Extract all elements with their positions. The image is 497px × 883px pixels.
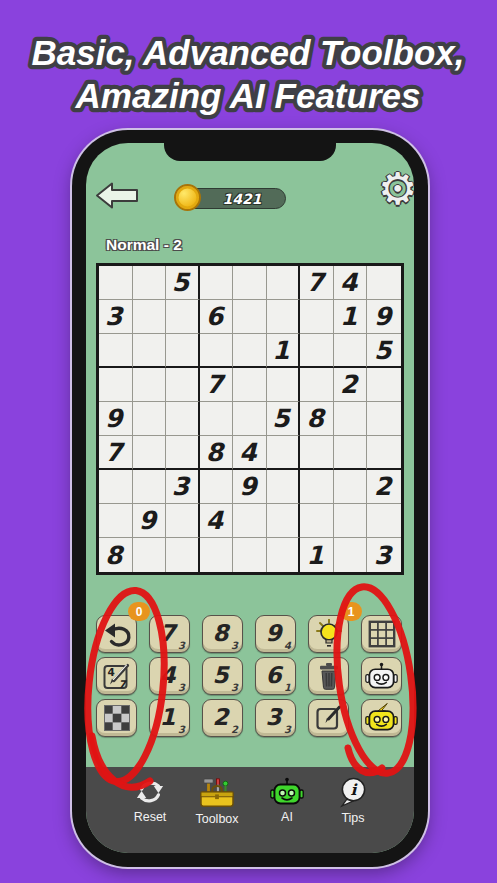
digit-2-button[interactable]: 2 2 — [202, 699, 243, 737]
cell-r1c7[interactable]: 7 — [300, 266, 334, 300]
digit-3-button[interactable]: 3 3 — [255, 699, 296, 737]
cell-r7c9[interactable]: 2 — [367, 470, 401, 504]
cell-r3c1[interactable] — [99, 334, 133, 368]
checkerboard-icon — [104, 705, 130, 731]
cell-r3c9[interactable]: 5 — [367, 334, 401, 368]
digit-label: 7 — [159, 620, 175, 646]
cell-r7c3[interactable]: 3 — [166, 470, 200, 504]
cell-r8c7[interactable] — [300, 504, 334, 538]
digit-1-button[interactable]: 1 3 — [149, 699, 190, 737]
toolbar: 0 7 3 8 3 9 4 — [96, 615, 402, 737]
hint-badge: 1 — [340, 602, 362, 621]
cell-r1c1[interactable] — [99, 266, 133, 300]
digit-label: 6 — [265, 662, 281, 688]
cell-r4c5[interactable] — [233, 368, 267, 402]
nav-toolbox[interactable]: Toolbox — [181, 777, 253, 826]
cell-r8c4[interactable]: 4 — [200, 504, 234, 538]
cell-r7c2[interactable] — [133, 470, 167, 504]
coin-icon — [174, 184, 201, 211]
cell-r8c2[interactable]: 9 — [133, 504, 167, 538]
cell-r5c6[interactable]: 5 — [267, 402, 301, 436]
level-label: Normal - 2 — [106, 236, 182, 254]
sudoku-grid: 5743619157295878439294813 — [96, 263, 404, 575]
cell-r2c1[interactable]: 3 — [99, 300, 133, 334]
cell-r5c4[interactable] — [200, 402, 234, 436]
digit-count: 3 — [284, 724, 291, 735]
coin-amount: 1421 — [209, 191, 262, 207]
cell-r2c9[interactable]: 9 — [367, 300, 401, 334]
app-screen: 1421 ⚙ Normal - 2 5743619157295878439294… — [86, 143, 414, 853]
cell-r8c9[interactable] — [367, 504, 401, 538]
cell-r2c7[interactable] — [300, 300, 334, 334]
edit-button[interactable] — [308, 699, 349, 737]
ai-flash-button[interactable] — [361, 699, 402, 737]
cell-r8c8[interactable] — [334, 504, 368, 538]
board-button[interactable] — [361, 615, 402, 653]
cell-r1c2[interactable] — [133, 266, 167, 300]
cell-r9c8[interactable] — [334, 538, 368, 572]
cell-r4c7[interactable] — [300, 368, 334, 402]
cell-r3c2[interactable] — [133, 334, 167, 368]
erase-button[interactable] — [308, 657, 349, 695]
cell-r3c4[interactable] — [200, 334, 234, 368]
cell-r7c5[interactable]: 9 — [233, 470, 267, 504]
nav-reset[interactable]: Reset — [114, 777, 186, 824]
digit-9-button[interactable]: 9 4 — [255, 615, 296, 653]
cell-r8c6[interactable] — [267, 504, 301, 538]
cell-r5c8[interactable] — [334, 402, 368, 436]
cell-r6c7[interactable] — [300, 436, 334, 470]
toolbox-icon — [199, 777, 235, 809]
cell-r4c8[interactable]: 2 — [334, 368, 368, 402]
edit-square-icon — [315, 704, 343, 732]
cell-r2c8[interactable]: 1 — [334, 300, 368, 334]
cell-r9c7[interactable]: 1 — [300, 538, 334, 572]
cell-r1c5[interactable] — [233, 266, 267, 300]
cell-r1c9[interactable] — [367, 266, 401, 300]
digit-8-button[interactable]: 8 3 — [202, 615, 243, 653]
digit-5-button[interactable]: 5 3 — [202, 657, 243, 695]
cell-r6c2[interactable] — [133, 436, 167, 470]
digit-label: 1 — [159, 704, 175, 730]
cell-r8c1[interactable] — [99, 504, 133, 538]
svg-text:4: 4 — [107, 666, 114, 678]
undo-arrow-icon — [102, 621, 132, 648]
cell-r6c6[interactable] — [267, 436, 301, 470]
cell-r4c3[interactable] — [166, 368, 200, 402]
cell-r2c6[interactable] — [267, 300, 301, 334]
cell-r2c2[interactable] — [133, 300, 167, 334]
cell-r5c5[interactable] — [233, 402, 267, 436]
cell-r7c6[interactable] — [267, 470, 301, 504]
cell-r3c5[interactable] — [233, 334, 267, 368]
cell-r7c8[interactable] — [334, 470, 368, 504]
cell-r5c1[interactable]: 9 — [99, 402, 133, 436]
trash-icon — [317, 662, 341, 690]
cell-r9c3[interactable] — [166, 538, 200, 572]
headline-line1: Basic, Advanced Toolbox, — [31, 33, 464, 72]
digit-count: 4 — [284, 640, 291, 651]
ai-robot-button[interactable] — [361, 657, 402, 695]
cell-r2c3[interactable] — [166, 300, 200, 334]
cell-r8c3[interactable] — [166, 504, 200, 538]
digit-count: 1 — [284, 682, 291, 693]
cell-r9c5[interactable] — [233, 538, 267, 572]
gear-icon[interactable]: ⚙ — [378, 167, 414, 211]
digit-label: 3 — [265, 704, 281, 730]
cell-r3c6[interactable]: 1 — [267, 334, 301, 368]
grid-icon — [368, 620, 396, 648]
marketing-screenshot: Basic, Advanced Toolbox, Amazing AI Feat… — [0, 0, 497, 883]
digit-label: 2 — [212, 704, 228, 730]
cell-r9c9[interactable]: 3 — [367, 538, 401, 572]
cell-r5c3[interactable] — [166, 402, 200, 436]
pattern-button[interactable] — [96, 699, 137, 737]
cell-r3c3[interactable] — [166, 334, 200, 368]
digit-6-button[interactable]: 6 1 — [255, 657, 296, 695]
cell-r7c1[interactable] — [99, 470, 133, 504]
cell-r9c6[interactable] — [267, 538, 301, 572]
cell-r4c6[interactable] — [267, 368, 301, 402]
digit-count: 3 — [178, 682, 185, 693]
undo-button[interactable]: 0 — [96, 615, 137, 653]
cell-r8c5[interactable] — [233, 504, 267, 538]
cell-r6c5[interactable]: 4 — [233, 436, 267, 470]
back-button[interactable] — [94, 180, 140, 216]
cell-r4c2[interactable] — [133, 368, 167, 402]
cell-r1c3[interactable]: 5 — [166, 266, 200, 300]
info-bubble-icon: i — [338, 777, 369, 808]
robot-icon — [365, 662, 398, 691]
robot-green-icon — [270, 777, 304, 807]
undo-badge: 0 — [128, 602, 150, 621]
phone-frame: 1421 ⚙ Normal - 2 5743619157295878439294… — [72, 130, 428, 867]
digit-label: 4 — [159, 662, 175, 688]
nav-ai-label: AI — [281, 810, 293, 824]
cell-r2c5[interactable] — [233, 300, 267, 334]
hint-button[interactable]: 1 — [308, 615, 349, 653]
digit-4-button[interactable]: 4 3 — [149, 657, 190, 695]
digit-label: 9 — [265, 620, 281, 646]
cell-r6c4[interactable]: 8 — [200, 436, 234, 470]
nav-ai[interactable]: AI — [251, 777, 323, 824]
cell-r1c8[interactable]: 4 — [334, 266, 368, 300]
cell-r9c1[interactable]: 8 — [99, 538, 133, 572]
cell-r3c8[interactable] — [334, 334, 368, 368]
digit-count: 3 — [231, 640, 238, 651]
cell-r1c4[interactable] — [200, 266, 234, 300]
cell-r1c6[interactable] — [267, 266, 301, 300]
digit-label: 5 — [212, 662, 228, 688]
lightbulb-icon — [315, 619, 343, 649]
back-arrow-icon — [94, 180, 140, 212]
notes-pencil-icon: 4 7 — [102, 661, 132, 691]
digit-count: 3 — [178, 724, 185, 735]
cell-r5c2[interactable] — [133, 402, 167, 436]
phone-notch — [164, 130, 336, 161]
nav-tips-label: Tips — [341, 811, 364, 825]
cell-r9c4[interactable] — [200, 538, 234, 572]
robot-flash-icon — [365, 703, 398, 733]
cell-r4c4[interactable]: 7 — [200, 368, 234, 402]
cell-r6c3[interactable] — [166, 436, 200, 470]
digit-count: 3 — [178, 640, 185, 651]
nav-reset-label: Reset — [134, 810, 167, 824]
cell-r9c2[interactable] — [133, 538, 167, 572]
cell-r6c8[interactable] — [334, 436, 368, 470]
nav-toolbox-label: Toolbox — [195, 812, 238, 826]
coin-counter[interactable]: 1421 — [178, 183, 298, 213]
cell-r2c4[interactable]: 6 — [200, 300, 234, 334]
cell-r4c9[interactable] — [367, 368, 401, 402]
reset-icon — [134, 777, 166, 807]
notes-button[interactable]: 4 7 — [96, 657, 137, 695]
digit-count: 2 — [231, 724, 238, 735]
cell-r5c9[interactable] — [367, 402, 401, 436]
headline: Basic, Advanced Toolbox, Amazing AI Feat… — [0, 8, 497, 123]
cell-r7c4[interactable] — [200, 470, 234, 504]
cell-r4c1[interactable] — [99, 368, 133, 402]
digit-label: 8 — [212, 620, 228, 646]
headline-line2: Amazing AI Features — [75, 76, 421, 115]
cell-r6c9[interactable] — [367, 436, 401, 470]
cell-r7c7[interactable] — [300, 470, 334, 504]
digit-7-button[interactable]: 7 3 — [149, 615, 190, 653]
cell-r6c1[interactable]: 7 — [99, 436, 133, 470]
digit-count: 3 — [231, 682, 238, 693]
nav-tips[interactable]: i Tips — [317, 777, 389, 825]
bottom-nav: Reset Toolbox — [86, 767, 414, 853]
cell-r5c7[interactable]: 8 — [300, 402, 334, 436]
cell-r3c7[interactable] — [300, 334, 334, 368]
